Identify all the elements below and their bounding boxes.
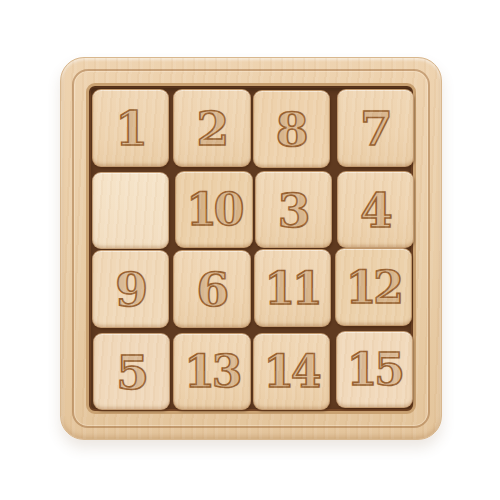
- tile-number: 8: [276, 106, 307, 153]
- tile-14[interactable]: 14: [253, 333, 330, 411]
- tile-number: 10: [186, 188, 241, 232]
- tile-number: 12: [346, 266, 401, 310]
- puzzle-board: 1 2 8 7 10 3 4 9 6 11 12 5 13 14 15: [60, 57, 442, 440]
- tile-number: 4: [360, 187, 391, 234]
- tile-blank[interactable]: [92, 172, 169, 250]
- product-photo: 1 2 8 7 10 3 4 9 6 11 12 5 13 14 15: [0, 0, 500, 500]
- tile-number: 14: [264, 350, 319, 394]
- tile-15[interactable]: 15: [336, 331, 413, 409]
- tile-9[interactable]: 9: [92, 250, 169, 328]
- tile-10[interactable]: 10: [175, 171, 252, 249]
- tile-8[interactable]: 8: [253, 90, 330, 168]
- tile-number: 1: [115, 105, 146, 152]
- tile-tray: 1 2 8 7 10 3 4 9 6 11 12 5 13 14 15: [86, 83, 416, 414]
- tile-number: 11: [265, 267, 320, 311]
- tile-2[interactable]: 2: [173, 89, 250, 167]
- tile-number: 6: [197, 266, 228, 313]
- tile-5[interactable]: 5: [93, 333, 170, 411]
- tile-number: 9: [115, 266, 146, 313]
- tile-1[interactable]: 1: [92, 89, 169, 167]
- tile-number: 5: [116, 349, 147, 396]
- tile-6[interactable]: 6: [173, 250, 250, 328]
- tile-number: 7: [360, 105, 391, 152]
- tile-7[interactable]: 7: [337, 89, 414, 167]
- tile-number: 15: [347, 348, 402, 392]
- tile-number: 13: [184, 350, 239, 394]
- tile-13[interactable]: 13: [173, 333, 250, 411]
- tile-grid: 1 2 8 7 10 3 4 9 6 11 12 5 13 14 15: [91, 88, 411, 409]
- tile-number: 3: [278, 187, 309, 234]
- tile-3[interactable]: 3: [255, 171, 332, 249]
- tile-12[interactable]: 12: [335, 248, 412, 326]
- tile-4[interactable]: 4: [337, 171, 414, 249]
- tile-number: 2: [197, 105, 228, 152]
- tile-11[interactable]: 11: [254, 249, 331, 327]
